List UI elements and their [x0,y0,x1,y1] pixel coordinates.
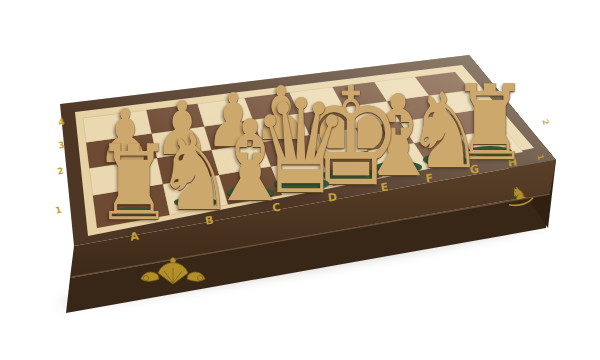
left-rank-label-2: 2 [56,166,64,177]
piece-wood-rook-a1: ♜ [95,131,173,235]
chess-box-photo: ABCDEFGH123412♞ ♜♞♝♛♚♝♞♜♟♟♟♟ [0,0,600,360]
right-rank-label-2: 2 [540,118,550,126]
left-rank-label-1: 1 [54,205,62,216]
